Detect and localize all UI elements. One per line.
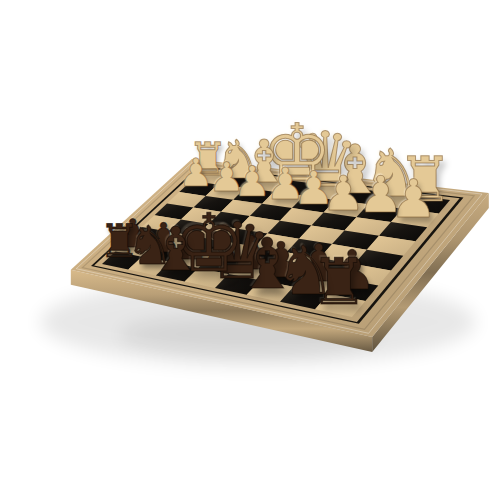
chess-set-product-photo: ♜♞♝♛♚♝♞♜♟♟♟♟♟♟♟♟♟♟♟♟♟♟♟♟♜♞♝♛♚♝♞♜ bbox=[0, 0, 500, 500]
chess-board bbox=[0, 0, 500, 500]
